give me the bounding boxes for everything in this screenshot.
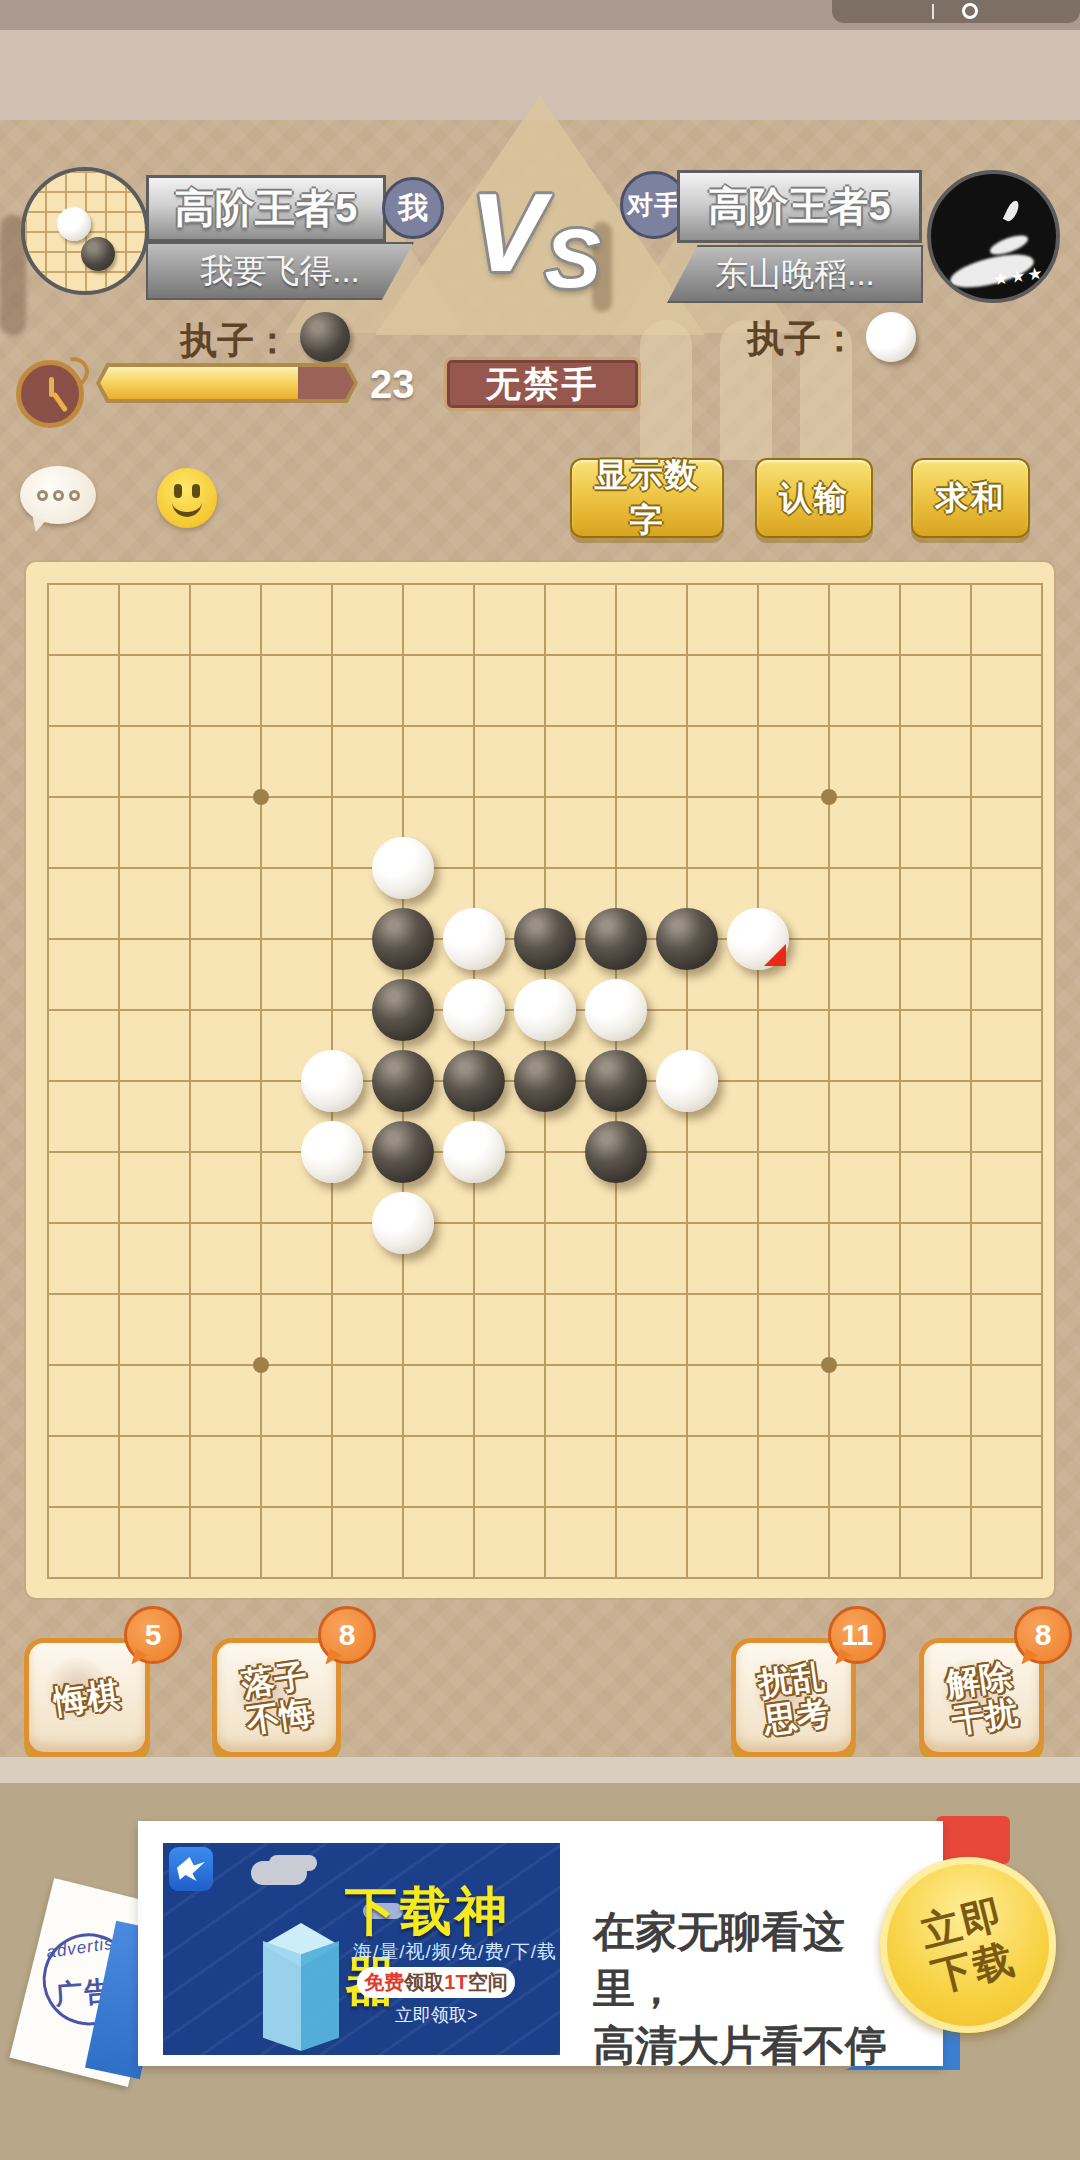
chat-button[interactable] bbox=[20, 466, 96, 524]
white-stone bbox=[514, 979, 576, 1041]
hold-stone-white bbox=[866, 312, 916, 362]
disturb-count-badge: 11 bbox=[828, 1606, 886, 1664]
white-stone bbox=[443, 908, 505, 970]
recorder-stop-icon[interactable] bbox=[962, 3, 978, 19]
draw-button[interactable]: 求和 bbox=[911, 458, 1030, 538]
white-stone bbox=[656, 1050, 718, 1112]
hold-stone-black bbox=[300, 312, 350, 362]
subtitle-plate-opponent: 东山晚稻... bbox=[667, 245, 923, 303]
white-stone bbox=[372, 1192, 434, 1254]
clock-icon bbox=[16, 360, 84, 428]
star-point bbox=[821, 789, 837, 805]
undo-label: 悔棋 bbox=[52, 1675, 123, 1721]
last-move-marker bbox=[764, 944, 786, 966]
avatar-black-stone bbox=[81, 237, 115, 271]
star-point bbox=[253, 789, 269, 805]
resign-button[interactable]: 认输 bbox=[755, 458, 873, 538]
star-point bbox=[821, 1357, 837, 1373]
black-stone bbox=[372, 908, 434, 970]
chat-dot-icon bbox=[69, 490, 80, 501]
player-name-me: 高阶王者5 bbox=[175, 181, 357, 236]
no-regret-count-badge: 8 bbox=[318, 1606, 376, 1664]
recorder-divider bbox=[932, 4, 934, 19]
time-progress-bar bbox=[96, 363, 358, 403]
black-stone bbox=[514, 908, 576, 970]
resign-label: 认输 bbox=[779, 476, 849, 521]
badge-opponent-label: 对手 bbox=[627, 188, 681, 223]
white-stone bbox=[585, 979, 647, 1041]
cloud-icon bbox=[251, 1861, 307, 1885]
smiley-eye bbox=[174, 484, 182, 498]
badge-me-label: 我 bbox=[398, 188, 428, 229]
name-plate-opponent: 高阶王者5 bbox=[677, 170, 922, 243]
star-point bbox=[253, 1357, 269, 1373]
smiley-eye bbox=[192, 484, 200, 498]
avatar-opponent[interactable]: ★★★ bbox=[927, 170, 1060, 303]
badge-me: 我 bbox=[382, 177, 444, 239]
time-progress-fill bbox=[100, 367, 298, 399]
black-stone bbox=[585, 908, 647, 970]
draw-label: 求和 bbox=[936, 476, 1006, 521]
board-panel bbox=[26, 562, 1054, 1598]
ad-subline: 海/量/视/频/免/费/下/载 bbox=[353, 1939, 557, 1965]
hold-label-opponent: 执子： bbox=[747, 314, 858, 364]
avatar-me[interactable] bbox=[21, 167, 149, 295]
gomoku-board[interactable] bbox=[47, 583, 1043, 1579]
ad-offer-pill[interactable]: 免费领取1T空间 bbox=[357, 1967, 515, 1998]
black-stone bbox=[514, 1050, 576, 1112]
divider-strip bbox=[0, 1757, 1080, 1783]
black-stone bbox=[656, 908, 718, 970]
vs-s: S bbox=[545, 210, 601, 307]
player-motto-opponent: 东山晚稻... bbox=[715, 252, 875, 297]
black-stone bbox=[585, 1121, 647, 1183]
ad-card[interactable]: 下载神器 海/量/视/频/免/费/下/载 免费领取1T空间 立即领取> 在家无聊… bbox=[138, 1821, 943, 2066]
black-stone bbox=[372, 979, 434, 1041]
remove-disturb-count-badge: 8 bbox=[1014, 1606, 1072, 1664]
ad-pill-segment: 空间 bbox=[468, 1969, 508, 1996]
black-stone bbox=[443, 1050, 505, 1112]
black-stone bbox=[372, 1121, 434, 1183]
ad-claim-link[interactable]: 立即领取> bbox=[395, 2003, 478, 2027]
clock-hand-hour bbox=[51, 392, 68, 413]
avatar-art bbox=[1003, 199, 1021, 223]
ad-pill-segment: 1T bbox=[444, 1971, 467, 1994]
white-stone-last-move bbox=[727, 908, 789, 970]
white-stone bbox=[301, 1121, 363, 1183]
player-motto-me: 我要飞得... bbox=[200, 249, 360, 294]
timer-value: 23 bbox=[370, 362, 415, 407]
ad-cube-illustration bbox=[263, 1941, 339, 2051]
hold-label-me: 执子： bbox=[180, 316, 291, 366]
vs-v: V bbox=[470, 170, 545, 295]
screen-recorder-pill[interactable] bbox=[832, 0, 1080, 23]
time-progress-track bbox=[100, 367, 354, 399]
white-stone bbox=[443, 1121, 505, 1183]
thunder-bird-logo-icon bbox=[169, 1847, 213, 1891]
no-regret-button[interactable]: 落子不悔 bbox=[212, 1638, 341, 1757]
avatar-white-stone bbox=[57, 207, 91, 241]
black-stone bbox=[585, 1050, 647, 1112]
rule-badge: 无禁手 bbox=[444, 357, 641, 411]
rule-badge-label: 无禁手 bbox=[486, 361, 600, 408]
subtitle-plate-me: 我要飞得... bbox=[146, 242, 414, 300]
name-plate-me: 高阶王者5 bbox=[146, 175, 386, 242]
white-stone bbox=[301, 1050, 363, 1112]
smiley-mouth bbox=[172, 498, 202, 517]
ad-pill-segment: 免费 bbox=[364, 1969, 404, 1996]
white-stone bbox=[372, 837, 434, 899]
ad-image[interactable]: 下载神器 海/量/视/频/免/费/下/载 免费领取1T空间 立即领取> bbox=[163, 1843, 560, 2055]
black-stone bbox=[372, 1050, 434, 1112]
vs-mark: VS bbox=[470, 168, 620, 318]
undo-count-badge: 5 bbox=[124, 1606, 182, 1664]
chat-dot-icon bbox=[37, 490, 48, 501]
emoji-button[interactable] bbox=[157, 468, 217, 528]
white-stone bbox=[443, 979, 505, 1041]
chat-dot-icon bbox=[53, 490, 64, 501]
download-now-button[interactable]: 立即下载 bbox=[880, 1857, 1056, 2033]
show-numbers-label: 显示数字 bbox=[578, 453, 716, 543]
ad-tagline: 在家无聊看这里， 高清大片看不停 bbox=[593, 1903, 893, 2074]
temple-pillar bbox=[640, 320, 692, 460]
show-numbers-button[interactable]: 显示数字 bbox=[570, 458, 724, 538]
player-name-opponent: 高阶王者5 bbox=[708, 179, 890, 234]
ad-pill-segment: 领取 bbox=[404, 1969, 444, 1996]
